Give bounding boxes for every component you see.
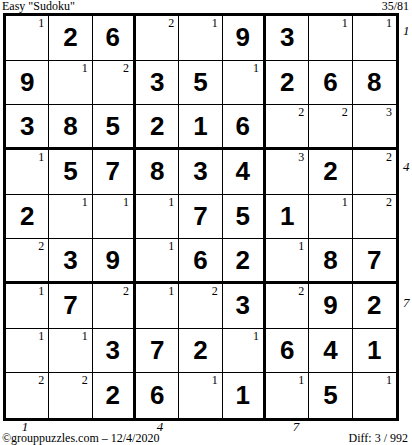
cell-r3c3[interactable]: 5: [93, 105, 136, 150]
cell-value: [49, 329, 91, 373]
cell-value: 4: [309, 329, 351, 373]
cell-value: 7: [136, 329, 178, 373]
cell-value: [223, 61, 263, 105]
cell-value: 6: [223, 105, 263, 147]
cell-r5c3[interactable]: 1: [93, 195, 136, 240]
copyright-text: ©grouppuzzles.com – 12/4/2020: [2, 432, 159, 444]
cell-value: 4: [223, 150, 263, 194]
cell-r1c5[interactable]: 1: [179, 16, 222, 61]
cell-r1c3[interactable]: 6: [93, 16, 136, 61]
cell-r1c8[interactable]: 1: [309, 16, 352, 61]
cell-r3c7[interactable]: 2: [266, 105, 309, 150]
cell-value: [6, 16, 48, 60]
cell-value: [266, 284, 308, 328]
cell-r1c2[interactable]: 2: [49, 16, 92, 61]
puzzle-title: Easy "Sudoku": [2, 0, 75, 12]
cell-value: [6, 284, 48, 328]
cell-value: [353, 195, 396, 239]
cell-r4c3[interactable]: 7: [93, 150, 136, 195]
cell-r8c4[interactable]: 7: [136, 329, 179, 374]
cell-r6c1[interactable]: 2: [6, 239, 49, 284]
cell-value: 5: [223, 195, 263, 239]
cell-value: 8: [136, 150, 178, 194]
cell-value: [93, 284, 133, 328]
cell-value: [223, 329, 263, 373]
cell-value: 3: [223, 284, 263, 328]
cell-value: 7: [93, 150, 133, 194]
cell-r4c7[interactable]: 3: [266, 150, 309, 195]
cell-r8c6[interactable]: 1: [223, 329, 266, 374]
cell-value: [353, 105, 396, 147]
cell-value: [6, 373, 48, 418]
cell-r1c6[interactable]: 9: [223, 16, 266, 61]
cell-r8c5[interactable]: 2: [179, 329, 222, 374]
cell-r4c1[interactable]: 1: [6, 150, 49, 195]
cell-r3c2[interactable]: 8: [49, 105, 92, 150]
cell-r2c7[interactable]: 2: [266, 61, 309, 106]
cell-r2c1[interactable]: 9: [6, 61, 49, 106]
cell-value: 2: [136, 105, 178, 147]
cell-value: 1: [266, 195, 308, 239]
cell-r7c8[interactable]: 9: [309, 284, 352, 329]
cell-value: 3: [49, 239, 91, 281]
cell-r6c7[interactable]: 1: [266, 239, 309, 284]
cell-r2c3[interactable]: 2: [93, 61, 136, 106]
cell-value: 9: [6, 61, 48, 105]
cell-r5c6[interactable]: 5: [223, 195, 266, 240]
cell-value: 1: [179, 105, 221, 147]
cell-value: [6, 239, 48, 281]
cell-value: [93, 61, 133, 105]
cell-value: 9: [223, 16, 263, 60]
cell-r5c5[interactable]: 7: [179, 195, 222, 240]
cell-r6c9[interactable]: 7: [353, 239, 396, 284]
cell-value: 3: [179, 150, 221, 194]
cell-value: 5: [93, 105, 133, 147]
cell-r4c2[interactable]: 5: [49, 150, 92, 195]
cell-value: 2: [309, 150, 351, 194]
cell-value: [136, 239, 178, 281]
cell-r6c2[interactable]: 3: [49, 239, 92, 284]
cell-value: 6: [93, 16, 133, 60]
cell-value: [49, 195, 91, 239]
cell-r6c8[interactable]: 8: [309, 239, 352, 284]
cell-value: 8: [309, 239, 351, 281]
cell-r4c4[interactable]: 8: [136, 150, 179, 195]
cell-r1c7[interactable]: 3: [266, 16, 309, 61]
cell-value: [266, 150, 308, 194]
cell-r1c4[interactable]: 2: [136, 16, 179, 61]
cell-value: [353, 150, 396, 194]
cell-r7c9[interactable]: 2: [353, 284, 396, 329]
cell-r8c3[interactable]: 3: [93, 329, 136, 374]
cell-value: 8: [49, 105, 91, 147]
cell-value: [93, 195, 133, 239]
cell-r3c9[interactable]: 3: [353, 105, 396, 150]
cell-r5c2[interactable]: 1: [49, 195, 92, 240]
cell-r9c4[interactable]: 6: [136, 373, 179, 418]
cell-value: 7: [179, 195, 221, 239]
cell-r3c5[interactable]: 1: [179, 105, 222, 150]
cell-r1c9[interactable]: 1: [353, 16, 396, 61]
footer: ©grouppuzzles.com – 12/4/2020 Diff: 3 / …: [2, 432, 408, 444]
cell-value: 3: [136, 61, 178, 105]
cell-value: [266, 239, 308, 281]
cell-value: 6: [136, 373, 178, 418]
cell-r9c3[interactable]: 2: [93, 373, 136, 418]
cell-value: [266, 105, 308, 147]
cell-r5c4[interactable]: 1: [136, 195, 179, 240]
cell-r4c6[interactable]: 4: [223, 150, 266, 195]
cell-value: 2: [93, 373, 133, 418]
cell-value: [309, 195, 351, 239]
cell-r6c4[interactable]: 1: [136, 239, 179, 284]
cell-value: [49, 61, 91, 105]
cell-r7c7[interactable]: 2: [266, 284, 309, 329]
cell-r2c6[interactable]: 1: [223, 61, 266, 106]
row-label-4: 4: [403, 160, 412, 173]
cell-value: 9: [309, 284, 351, 328]
header: Easy "Sudoku" 35/81: [2, 0, 409, 13]
cell-value: [353, 373, 396, 418]
cell-value: [309, 105, 351, 147]
cell-r9c5[interactable]: 1: [179, 373, 222, 418]
cell-r9c1[interactable]: 2: [6, 373, 49, 418]
cell-value: [6, 150, 48, 194]
cell-r3c1[interactable]: 3: [6, 105, 49, 150]
sudoku-page: Easy "Sudoku" 35/81 12621931191235126838…: [0, 0, 412, 445]
cell-value: 3: [6, 105, 48, 147]
cell-r8c8[interactable]: 4: [309, 329, 352, 374]
cell-r3c8[interactable]: 2: [309, 105, 352, 150]
cell-value: 8: [353, 61, 396, 105]
row-label-1: 1: [403, 24, 412, 37]
cell-value: [136, 16, 178, 60]
cell-value: 7: [49, 284, 91, 328]
cell-value: 5: [179, 61, 221, 105]
cell-r5c1[interactable]: 2: [6, 195, 49, 240]
cell-r8c7[interactable]: 6: [266, 329, 309, 374]
cell-r7c4[interactable]: 1: [136, 284, 179, 329]
cell-r2c4[interactable]: 3: [136, 61, 179, 106]
cell-r8c9[interactable]: 1: [353, 329, 396, 374]
cell-r6c6[interactable]: 2: [223, 239, 266, 284]
cell-value: 5: [309, 373, 351, 418]
cell-r2c9[interactable]: 8: [353, 61, 396, 106]
cell-value: 2: [49, 16, 91, 60]
cell-r1c1[interactable]: 1: [6, 16, 49, 61]
cell-r7c2[interactable]: 7: [49, 284, 92, 329]
row-label-7: 7: [403, 296, 412, 309]
cell-value: 7: [353, 239, 396, 281]
cell-value: 2: [179, 329, 221, 373]
cell-value: 2: [6, 195, 48, 239]
cell-value: [179, 284, 221, 328]
cell-r2c2[interactable]: 1: [49, 61, 92, 106]
sudoku-board: 1262193119123512683852162231578343222111…: [3, 13, 399, 421]
cell-value: [266, 373, 308, 418]
cell-r2c8[interactable]: 6: [309, 61, 352, 106]
cell-value: [136, 195, 178, 239]
cell-value: 3: [266, 16, 308, 60]
cell-r9c9[interactable]: 1: [353, 373, 396, 418]
cell-value: [49, 373, 91, 418]
cell-value: [179, 16, 221, 60]
cell-r3c4[interactable]: 2: [136, 105, 179, 150]
cell-r8c2[interactable]: 1: [49, 329, 92, 374]
cell-r2c5[interactable]: 5: [179, 61, 222, 106]
cell-value: 1: [353, 329, 396, 373]
cell-value: 2: [353, 284, 396, 328]
cell-r5c7[interactable]: 1: [266, 195, 309, 240]
cell-value: 6: [266, 329, 308, 373]
cell-value: 2: [266, 61, 308, 105]
cell-r7c6[interactable]: 3: [223, 284, 266, 329]
cell-r7c5[interactable]: 2: [179, 284, 222, 329]
cell-r4c9[interactable]: 2: [353, 150, 396, 195]
cell-value: [309, 16, 351, 60]
cell-r5c8[interactable]: 1: [309, 195, 352, 240]
cell-value: [136, 284, 178, 328]
cell-value: 6: [179, 239, 221, 281]
cell-r8c1[interactable]: 1: [6, 329, 49, 374]
cell-r4c8[interactable]: 2: [309, 150, 352, 195]
cell-r7c3[interactable]: 2: [93, 284, 136, 329]
cell-value: [6, 329, 48, 373]
cell-r9c6[interactable]: 1: [223, 373, 266, 418]
cell-value: 6: [309, 61, 351, 105]
difficulty-text: Diff: 3 / 992: [349, 432, 408, 444]
cell-value: 3: [93, 329, 133, 373]
cell-r6c5[interactable]: 6: [179, 239, 222, 284]
cell-value: 5: [49, 150, 91, 194]
cell-r9c7[interactable]: 1: [266, 373, 309, 418]
cell-r3c6[interactable]: 6: [223, 105, 266, 150]
progress-counter: 35/81: [382, 0, 409, 12]
cell-r9c2[interactable]: 2: [49, 373, 92, 418]
cell-r5c9[interactable]: 2: [353, 195, 396, 240]
cell-r7c1[interactable]: 1: [6, 284, 49, 329]
cell-r9c8[interactable]: 5: [309, 373, 352, 418]
cell-r6c3[interactable]: 9: [93, 239, 136, 284]
cell-value: [179, 373, 221, 418]
cell-value: 1: [223, 373, 263, 418]
cell-r4c5[interactable]: 3: [179, 150, 222, 195]
cell-value: 9: [93, 239, 133, 281]
cell-value: 2: [223, 239, 263, 281]
cell-value: [353, 16, 396, 60]
